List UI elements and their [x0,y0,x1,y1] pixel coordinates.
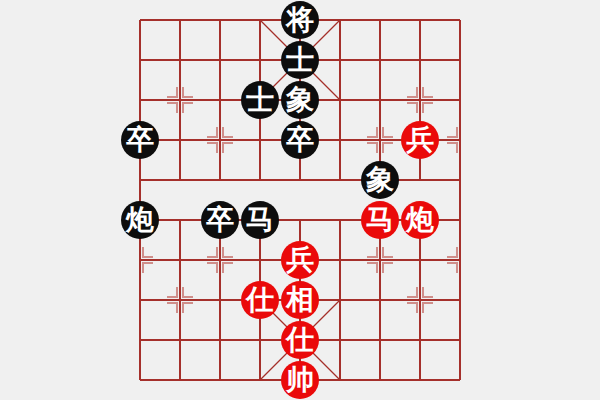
board-point: 相 [280,280,320,320]
board-point: 象 [360,160,400,200]
red-advisor[interactable]: 仕 [281,321,319,359]
board-point: 卒 [280,120,320,160]
board-point: 马 [240,200,280,240]
black-advisor[interactable]: 士 [241,81,279,119]
board-point: 卒 [200,200,240,240]
black-elephant[interactable]: 象 [361,161,399,199]
red-general[interactable]: 帅 [281,361,319,399]
board-point: 象 [280,80,320,120]
black-soldier[interactable]: 卒 [201,201,239,239]
board-point: 兵 [280,240,320,280]
red-horse[interactable]: 马 [361,201,399,239]
board-grid[interactable]: 将士士象卒卒兵象炮卒马马炮兵仕相仕帅 [120,0,480,400]
black-elephant[interactable]: 象 [281,81,319,119]
board-point: 炮 [400,200,440,240]
black-cannon[interactable]: 炮 [121,201,159,239]
board-point: 士 [280,40,320,80]
red-advisor[interactable]: 仕 [241,281,279,319]
board-point: 兵 [400,120,440,160]
red-elephant[interactable]: 相 [281,281,319,319]
board-point: 炮 [120,200,160,240]
black-advisor[interactable]: 士 [281,41,319,79]
black-general[interactable]: 将 [281,1,319,39]
black-horse[interactable]: 马 [241,201,279,239]
red-soldier[interactable]: 兵 [401,121,439,159]
board-point: 卒 [120,120,160,160]
black-soldier[interactable]: 卒 [121,121,159,159]
board-point: 马 [360,200,400,240]
board-point: 帅 [280,360,320,400]
xiangqi-board: 将士士象卒卒兵象炮卒马马炮兵仕相仕帅 [0,0,600,400]
board-point: 将 [280,0,320,40]
black-soldier[interactable]: 卒 [281,121,319,159]
red-soldier[interactable]: 兵 [281,241,319,279]
board-point: 士 [240,80,280,120]
red-cannon[interactable]: 炮 [401,201,439,239]
board-point: 仕 [280,320,320,360]
board-point: 仕 [240,280,280,320]
